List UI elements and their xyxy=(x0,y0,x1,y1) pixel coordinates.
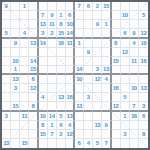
cell-r15c11[interactable] xyxy=(93,130,102,139)
cell-r7c12[interactable] xyxy=(102,57,111,66)
cell-r13c9[interactable] xyxy=(75,112,84,121)
cell-r6c1[interactable] xyxy=(2,48,11,57)
cell-r10c7[interactable] xyxy=(57,84,66,93)
cell-r9c12[interactable]: 4 xyxy=(102,75,111,84)
cell-r12c15[interactable]: 7 xyxy=(130,102,139,111)
cell-r7c13[interactable]: 15 xyxy=(112,57,121,66)
cell-r13c12[interactable] xyxy=(102,112,111,121)
cell-r16c11[interactable]: 5 xyxy=(93,139,102,148)
cell-r16c6[interactable] xyxy=(48,139,57,148)
cell-r15c1[interactable] xyxy=(2,130,11,139)
cell-r12c6[interactable] xyxy=(48,102,57,111)
cell-r14c8[interactable]: 4 xyxy=(66,121,75,130)
cell-r11c6[interactable] xyxy=(48,93,57,102)
cell-r2c16[interactable]: 5 xyxy=(139,11,148,20)
cell-r2c6[interactable]: 9 xyxy=(48,11,57,20)
cell-r8c16[interactable] xyxy=(139,66,148,75)
cell-r1c6[interactable] xyxy=(48,2,57,11)
cell-r4c3[interactable]: 4 xyxy=(20,29,29,38)
cell-r5c11[interactable] xyxy=(93,39,102,48)
cell-r16c10[interactable]: 4 xyxy=(84,139,93,148)
cell-r13c16[interactable]: 6 xyxy=(139,112,148,121)
cell-r13c15[interactable]: 16 xyxy=(130,112,139,121)
cell-r9c11[interactable]: 12 xyxy=(93,75,102,84)
cell-r11c11[interactable] xyxy=(93,93,102,102)
cell-r5c8[interactable]: 11 xyxy=(66,39,75,48)
cell-r14c7[interactable]: 6 xyxy=(57,121,66,130)
cell-r3c13[interactable] xyxy=(112,20,121,29)
cell-r4c15[interactable]: 9 xyxy=(130,29,139,38)
cell-r10c3[interactable] xyxy=(20,84,29,93)
cell-r15c13[interactable] xyxy=(112,130,121,139)
cell-r4c2[interactable] xyxy=(11,29,20,38)
cell-r12c1[interactable] xyxy=(2,102,11,111)
cell-r15c6[interactable]: 7 xyxy=(48,130,57,139)
cell-r9c7[interactable] xyxy=(57,75,66,84)
cell-r13c13[interactable] xyxy=(112,112,121,121)
cell-r15c8[interactable]: 12 xyxy=(66,130,75,139)
cell-r4c5[interactable]: 3 xyxy=(39,29,48,38)
cell-r8c6[interactable] xyxy=(48,66,57,75)
cell-r6c8[interactable] xyxy=(66,48,75,57)
cell-r12c2[interactable]: 15 xyxy=(11,102,20,111)
cell-r9c16[interactable] xyxy=(139,75,148,84)
cell-r10c15[interactable]: 10 xyxy=(130,84,139,93)
cell-r13c7[interactable]: 5 xyxy=(57,112,66,121)
cell-r4c14[interactable]: 6 xyxy=(121,29,130,38)
cell-r2c13[interactable] xyxy=(112,11,121,20)
cell-r16c16[interactable] xyxy=(139,139,148,148)
cell-r1c5[interactable] xyxy=(39,2,48,11)
cell-r14c13[interactable] xyxy=(112,121,121,130)
cell-r6c11[interactable] xyxy=(93,48,102,57)
cell-r3c14[interactable] xyxy=(121,20,130,29)
cell-r14c1[interactable] xyxy=(2,121,11,130)
cell-r14c5[interactable]: 8 xyxy=(39,121,48,130)
cell-r7c14[interactable] xyxy=(121,57,130,66)
cell-r5c14[interactable] xyxy=(121,39,130,48)
cell-r14c6[interactable]: 1 xyxy=(48,121,57,130)
cell-r3c3[interactable] xyxy=(20,20,29,29)
cell-r1c3[interactable]: 1 xyxy=(20,2,29,11)
cell-r2c7[interactable]: 1 xyxy=(57,11,66,20)
cell-r13c3[interactable]: 11 xyxy=(20,112,29,121)
cell-r8c14[interactable] xyxy=(121,66,130,75)
cell-r6c2[interactable] xyxy=(11,48,20,57)
cell-r8c5[interactable] xyxy=(39,66,48,75)
cell-r10c2[interactable]: 3 xyxy=(11,84,20,93)
cell-r15c12[interactable] xyxy=(102,130,111,139)
cell-r12c4[interactable]: 8 xyxy=(29,102,38,111)
cell-r5c2[interactable]: 9 xyxy=(11,39,20,48)
cell-r15c10[interactable] xyxy=(84,130,93,139)
cell-r9c9[interactable]: 10 xyxy=(75,75,84,84)
cell-r14c4[interactable] xyxy=(29,121,38,130)
cell-r8c2[interactable]: 1 xyxy=(11,66,20,75)
cell-r14c16[interactable] xyxy=(139,121,148,130)
cell-r5c9[interactable]: 1 xyxy=(75,39,84,48)
cell-r1c16[interactable] xyxy=(139,2,148,11)
cell-r6c15[interactable] xyxy=(130,48,139,57)
cell-r9c5[interactable] xyxy=(39,75,48,84)
cell-r2c9[interactable] xyxy=(75,11,84,20)
cell-r10c14[interactable] xyxy=(121,84,130,93)
cell-r5c1[interactable] xyxy=(2,39,11,48)
cell-r7c8[interactable] xyxy=(66,57,75,66)
cell-r1c4[interactable] xyxy=(29,2,38,11)
cell-r16c12[interactable]: 7 xyxy=(102,139,111,148)
cell-r2c15[interactable] xyxy=(130,11,139,20)
cell-r16c3[interactable]: 15 xyxy=(20,139,29,148)
cell-r6c12[interactable] xyxy=(102,48,111,57)
cell-r11c8[interactable]: 16 xyxy=(66,93,75,102)
cell-r16c13[interactable] xyxy=(112,139,121,148)
cell-r8c4[interactable]: 15 xyxy=(29,66,38,75)
cell-r3c12[interactable]: 1 xyxy=(102,20,111,29)
cell-r12c12[interactable] xyxy=(102,102,111,111)
cell-r9c10[interactable] xyxy=(84,75,93,84)
cell-r15c14[interactable]: 3 xyxy=(121,130,130,139)
cell-r15c9[interactable] xyxy=(75,130,84,139)
cell-r10c13[interactable]: 16 xyxy=(112,84,121,93)
cell-r13c10[interactable] xyxy=(84,112,93,121)
cell-r12c8[interactable] xyxy=(66,102,75,111)
cell-r5c6[interactable] xyxy=(48,39,57,48)
cell-r11c10[interactable]: 3 xyxy=(84,93,93,102)
cell-r10c5[interactable] xyxy=(39,84,48,93)
cell-r8c10[interactable] xyxy=(84,66,93,75)
cell-r8c15[interactable] xyxy=(130,66,139,75)
cell-r4c11[interactable] xyxy=(93,29,102,38)
cell-r11c4[interactable] xyxy=(29,93,38,102)
cell-r3c7[interactable]: 8 xyxy=(57,20,66,29)
cell-r7c9[interactable] xyxy=(75,57,84,66)
cell-r15c4[interactable] xyxy=(29,130,38,139)
cell-r13c6[interactable]: 14 xyxy=(48,112,57,121)
cell-r7c15[interactable]: 11 xyxy=(130,57,139,66)
cell-r7c11[interactable] xyxy=(93,57,102,66)
sudoku-grid: 9176215791610513118109154321514691291314… xyxy=(2,2,148,148)
cell-r1c1[interactable]: 9 xyxy=(2,2,11,11)
cell-r7c7[interactable] xyxy=(57,57,66,66)
cell-r12c10[interactable] xyxy=(84,102,93,111)
cell-r3c11[interactable]: 9 xyxy=(93,20,102,29)
cell-r12c3[interactable] xyxy=(20,102,29,111)
cell-r2c10[interactable] xyxy=(84,11,93,20)
cell-r3c6[interactable]: 11 xyxy=(48,20,57,29)
cell-r4c6[interactable]: 2 xyxy=(48,29,57,38)
cell-r7c16[interactable]: 16 xyxy=(139,57,148,66)
cell-r1c14[interactable] xyxy=(121,2,130,11)
cell-r4c13[interactable] xyxy=(112,29,121,38)
cell-r11c15[interactable] xyxy=(130,93,139,102)
cell-r6c6[interactable] xyxy=(48,48,57,57)
cell-r13c5[interactable]: 10 xyxy=(39,112,48,121)
cell-r10c16[interactable]: 13 xyxy=(139,84,148,93)
cell-r10c8[interactable] xyxy=(66,84,75,93)
cell-r13c11[interactable] xyxy=(93,112,102,121)
cell-r12c7[interactable] xyxy=(57,102,66,111)
cell-r1c2[interactable] xyxy=(11,2,20,11)
cell-r14c3[interactable] xyxy=(20,121,29,130)
cell-r5c16[interactable]: 10 xyxy=(139,39,148,48)
cell-r11c9[interactable] xyxy=(75,93,84,102)
cell-r16c15[interactable] xyxy=(130,139,139,148)
cell-r6c10[interactable]: 9 xyxy=(84,48,93,57)
cell-r14c14[interactable] xyxy=(121,121,130,130)
cell-r11c3[interactable] xyxy=(20,93,29,102)
cell-r2c2[interactable] xyxy=(11,11,20,20)
cell-r16c4[interactable] xyxy=(29,139,38,148)
cell-r4c4[interactable] xyxy=(29,29,38,38)
cell-r7c5[interactable] xyxy=(39,57,48,66)
cell-r4c7[interactable]: 15 xyxy=(57,29,66,38)
cell-r10c10[interactable] xyxy=(84,84,93,93)
cell-r5c4[interactable]: 13 xyxy=(29,39,38,48)
cell-r4c8[interactable]: 14 xyxy=(66,29,75,38)
cell-r1c11[interactable]: 2 xyxy=(93,2,102,11)
cell-r3c10[interactable] xyxy=(84,20,93,29)
cell-r2c1[interactable] xyxy=(2,11,11,20)
cell-r2c4[interactable] xyxy=(29,11,38,20)
cell-r5c12[interactable] xyxy=(102,39,111,48)
cell-r14c2[interactable] xyxy=(11,121,20,130)
cell-r14c15[interactable] xyxy=(130,121,139,130)
cell-r11c5[interactable]: 4 xyxy=(39,93,48,102)
cell-r11c7[interactable]: 13 xyxy=(57,93,66,102)
cell-r5c7[interactable]: 16 xyxy=(57,39,66,48)
cell-r15c2[interactable] xyxy=(11,130,20,139)
cell-r4c10[interactable] xyxy=(84,29,93,38)
cell-r7c2[interactable]: 10 xyxy=(11,57,20,66)
cell-r2c11[interactable] xyxy=(93,11,102,20)
cell-r2c3[interactable] xyxy=(20,11,29,20)
cell-r6c3[interactable] xyxy=(20,48,29,57)
cell-r4c1[interactable]: 5 xyxy=(2,29,11,38)
cell-r8c3[interactable] xyxy=(20,66,29,75)
cell-r12c11[interactable] xyxy=(93,102,102,111)
cell-r12c13[interactable]: 12 xyxy=(112,102,121,111)
cell-r12c16[interactable]: 3 xyxy=(139,102,148,111)
cell-r9c1[interactable] xyxy=(2,75,11,84)
cell-r1c13[interactable] xyxy=(112,2,121,11)
cell-r15c3[interactable] xyxy=(20,130,29,139)
cell-r11c14[interactable]: 5 xyxy=(121,93,130,102)
cell-r15c5[interactable]: 15 xyxy=(39,130,48,139)
cell-r1c12[interactable]: 15 xyxy=(102,2,111,11)
cell-r15c15[interactable] xyxy=(130,130,139,139)
cell-r10c6[interactable] xyxy=(48,84,57,93)
cell-r16c9[interactable]: 6 xyxy=(75,139,84,148)
cell-r3c8[interactable]: 10 xyxy=(66,20,75,29)
cell-r16c5[interactable] xyxy=(39,139,48,148)
cell-r7c6[interactable] xyxy=(48,57,57,66)
sudoku-16x16-page: 9176215791610513118109154321514691291314… xyxy=(0,0,150,150)
cell-r3c1[interactable] xyxy=(2,20,11,29)
cell-r6c14[interactable]: 12 xyxy=(121,48,130,57)
cell-r8c1[interactable] xyxy=(2,66,11,75)
cell-r9c8[interactable] xyxy=(66,75,75,84)
cell-r1c10[interactable]: 6 xyxy=(84,2,93,11)
cell-r8c9[interactable]: 14 xyxy=(75,66,84,75)
cell-r10c1[interactable] xyxy=(2,84,11,93)
cell-r6c16[interactable] xyxy=(139,48,148,57)
cell-r14c12[interactable]: 9 xyxy=(102,121,111,130)
cell-r5c3[interactable] xyxy=(20,39,29,48)
cell-r13c2[interactable] xyxy=(11,112,20,121)
cell-r8c13[interactable] xyxy=(112,66,121,75)
cell-r5c10[interactable] xyxy=(84,39,93,48)
cell-r1c8[interactable] xyxy=(66,2,75,11)
cell-r1c9[interactable]: 7 xyxy=(75,2,84,11)
cell-r6c9[interactable] xyxy=(75,48,84,57)
cell-r12c14[interactable] xyxy=(121,102,130,111)
cell-r5c5[interactable]: 14 xyxy=(39,39,48,48)
cell-r16c14[interactable] xyxy=(121,139,130,148)
cell-r8c11[interactable]: 3 xyxy=(93,66,102,75)
cell-r16c7[interactable] xyxy=(57,139,66,148)
cell-r5c15[interactable]: 4 xyxy=(130,39,139,48)
cell-r16c8[interactable] xyxy=(66,139,75,148)
cell-r6c13[interactable] xyxy=(112,48,121,57)
cell-r10c11[interactable] xyxy=(93,84,102,93)
cell-r3c4[interactable] xyxy=(29,20,38,29)
cell-r9c4[interactable]: 6 xyxy=(29,75,38,84)
cell-r10c4[interactable]: 12 xyxy=(29,84,38,93)
cell-r5c13[interactable]: 8 xyxy=(112,39,121,48)
cell-r11c12[interactable] xyxy=(102,93,111,102)
cell-r16c2[interactable] xyxy=(11,139,20,148)
cell-r13c1[interactable]: 3 xyxy=(2,112,11,121)
cell-r9c2[interactable]: 13 xyxy=(11,75,20,84)
cell-r6c7[interactable] xyxy=(57,48,66,57)
cell-r11c16[interactable] xyxy=(139,93,148,102)
cell-r13c8[interactable]: 13 xyxy=(66,112,75,121)
cell-r8c7[interactable] xyxy=(57,66,66,75)
cell-r8c12[interactable]: 13 xyxy=(102,66,111,75)
cell-r4c16[interactable]: 12 xyxy=(139,29,148,38)
cell-r1c15[interactable] xyxy=(130,2,139,11)
cell-r4c9[interactable] xyxy=(75,29,84,38)
cell-r9c6[interactable] xyxy=(48,75,57,84)
cell-r3c16[interactable] xyxy=(139,20,148,29)
cell-r9c13[interactable] xyxy=(112,75,121,84)
cell-r14c10[interactable] xyxy=(84,121,93,130)
cell-r13c14[interactable]: 1 xyxy=(121,112,130,121)
cell-r6c4[interactable] xyxy=(29,48,38,57)
cell-r7c10[interactable] xyxy=(84,57,93,66)
cell-r14c9[interactable] xyxy=(75,121,84,130)
cell-r1c7[interactable] xyxy=(57,2,66,11)
cell-r8c8[interactable] xyxy=(66,66,75,75)
cell-r9c15[interactable] xyxy=(130,75,139,84)
cell-r9c3[interactable] xyxy=(20,75,29,84)
cell-r14c11[interactable]: 13 xyxy=(93,121,102,130)
cell-r11c2[interactable] xyxy=(11,93,20,102)
cell-r12c5[interactable] xyxy=(39,102,48,111)
cell-r3c5[interactable]: 13 xyxy=(39,20,48,29)
cell-r12c9[interactable]: 13 xyxy=(75,102,84,111)
cell-r2c14[interactable]: 10 xyxy=(121,11,130,20)
cell-r6c5[interactable] xyxy=(39,48,48,57)
cell-r7c1[interactable] xyxy=(2,57,11,66)
cell-r15c7[interactable]: 2 xyxy=(57,130,66,139)
cell-r2c8[interactable]: 6 xyxy=(66,11,75,20)
cell-r10c12[interactable] xyxy=(102,84,111,93)
cell-r4c12[interactable] xyxy=(102,29,111,38)
cell-r3c2[interactable] xyxy=(11,20,20,29)
cell-r3c9[interactable] xyxy=(75,20,84,29)
cell-r13c4[interactable] xyxy=(29,112,38,121)
cell-r3c15[interactable] xyxy=(130,20,139,29)
cell-r15c16[interactable]: 8 xyxy=(139,130,148,139)
cell-r7c3[interactable] xyxy=(20,57,29,66)
cell-r7c4[interactable]: 14 xyxy=(29,57,38,66)
cell-r9c14[interactable] xyxy=(121,75,130,84)
cell-r10c9[interactable] xyxy=(75,84,84,93)
cell-r16c1[interactable]: 13 xyxy=(2,139,11,148)
cell-r11c1[interactable] xyxy=(2,93,11,102)
cell-r2c5[interactable]: 7 xyxy=(39,11,48,20)
cell-r11c13[interactable] xyxy=(112,93,121,102)
sudoku-board: 9176215791610513118109154321514691291314… xyxy=(0,0,150,150)
cell-r2c12[interactable] xyxy=(102,11,111,20)
